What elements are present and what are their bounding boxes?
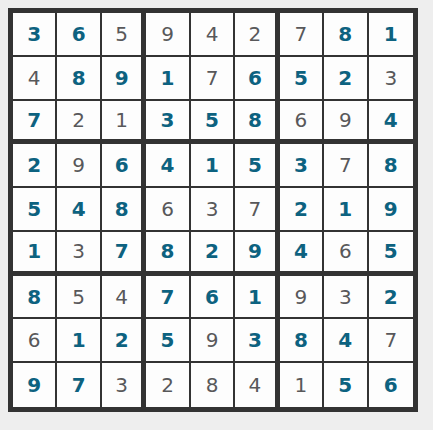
cell-r9c5[interactable]: 8 bbox=[191, 363, 235, 407]
cell-r5c8[interactable]: 1 bbox=[324, 188, 368, 232]
cell-r9c6[interactable]: 4 bbox=[235, 363, 279, 407]
cell-r5c9[interactable]: 9 bbox=[369, 188, 413, 232]
cell-r9c3[interactable]: 3 bbox=[102, 363, 146, 407]
cell-r1c2[interactable]: 6 bbox=[57, 13, 101, 57]
cell-r7c5[interactable]: 6 bbox=[191, 276, 235, 320]
cell-r9c8[interactable]: 5 bbox=[324, 363, 368, 407]
cell-r3c8[interactable]: 9 bbox=[324, 101, 368, 145]
cell-r5c3[interactable]: 8 bbox=[102, 188, 146, 232]
cell-r6c2[interactable]: 3 bbox=[57, 232, 101, 276]
cell-r9c7[interactable]: 1 bbox=[280, 363, 324, 407]
cell-r2c9[interactable]: 3 bbox=[369, 57, 413, 101]
cell-r1c7[interactable]: 7 bbox=[280, 13, 324, 57]
cell-r4c8[interactable]: 7 bbox=[324, 144, 368, 188]
cell-r2c7[interactable]: 5 bbox=[280, 57, 324, 101]
cell-r3c1[interactable]: 7 bbox=[13, 101, 57, 145]
cell-r2c5[interactable]: 7 bbox=[191, 57, 235, 101]
cell-r3c9[interactable]: 4 bbox=[369, 101, 413, 145]
cell-r2c2[interactable]: 8 bbox=[57, 57, 101, 101]
cell-r5c6[interactable]: 7 bbox=[235, 188, 279, 232]
cell-r8c8[interactable]: 4 bbox=[324, 319, 368, 363]
cell-r7c1[interactable]: 8 bbox=[13, 276, 57, 320]
cell-r2c3[interactable]: 9 bbox=[102, 57, 146, 101]
cell-r7c7[interactable]: 9 bbox=[280, 276, 324, 320]
cell-r6c9[interactable]: 5 bbox=[369, 232, 413, 276]
cell-r1c4[interactable]: 9 bbox=[146, 13, 190, 57]
cell-r1c5[interactable]: 4 bbox=[191, 13, 235, 57]
cell-r1c9[interactable]: 1 bbox=[369, 13, 413, 57]
cell-r6c7[interactable]: 4 bbox=[280, 232, 324, 276]
cell-r3c2[interactable]: 2 bbox=[57, 101, 101, 145]
cell-r4c2[interactable]: 9 bbox=[57, 144, 101, 188]
cell-r3c4[interactable]: 3 bbox=[146, 101, 190, 145]
cell-r3c7[interactable]: 6 bbox=[280, 101, 324, 145]
cell-r4c3[interactable]: 6 bbox=[102, 144, 146, 188]
cell-r4c4[interactable]: 4 bbox=[146, 144, 190, 188]
cell-r9c4[interactable]: 2 bbox=[146, 363, 190, 407]
cell-r2c8[interactable]: 2 bbox=[324, 57, 368, 101]
page-background: 3659427814891765237213586942964153785486… bbox=[0, 0, 433, 430]
cell-r9c2[interactable]: 7 bbox=[57, 363, 101, 407]
cell-r2c1[interactable]: 4 bbox=[13, 57, 57, 101]
cell-r8c5[interactable]: 9 bbox=[191, 319, 235, 363]
cell-r7c6[interactable]: 1 bbox=[235, 276, 279, 320]
cell-r3c5[interactable]: 5 bbox=[191, 101, 235, 145]
cell-r1c8[interactable]: 8 bbox=[324, 13, 368, 57]
cell-r3c6[interactable]: 8 bbox=[235, 101, 279, 145]
cell-r7c9[interactable]: 2 bbox=[369, 276, 413, 320]
cell-r1c3[interactable]: 5 bbox=[102, 13, 146, 57]
cell-r8c9[interactable]: 7 bbox=[369, 319, 413, 363]
cell-r1c1[interactable]: 3 bbox=[13, 13, 57, 57]
cell-r6c4[interactable]: 8 bbox=[146, 232, 190, 276]
sudoku-board: 3659427814891765237213586942964153785486… bbox=[8, 8, 418, 412]
cell-r8c3[interactable]: 2 bbox=[102, 319, 146, 363]
cell-r8c2[interactable]: 1 bbox=[57, 319, 101, 363]
cell-r7c2[interactable]: 5 bbox=[57, 276, 101, 320]
cell-r6c1[interactable]: 1 bbox=[13, 232, 57, 276]
cell-r2c4[interactable]: 1 bbox=[146, 57, 190, 101]
cell-r4c6[interactable]: 5 bbox=[235, 144, 279, 188]
cell-r9c1[interactable]: 9 bbox=[13, 363, 57, 407]
cell-r8c7[interactable]: 8 bbox=[280, 319, 324, 363]
cell-r6c5[interactable]: 2 bbox=[191, 232, 235, 276]
cell-r5c5[interactable]: 3 bbox=[191, 188, 235, 232]
cell-r4c5[interactable]: 1 bbox=[191, 144, 235, 188]
cell-r5c1[interactable]: 5 bbox=[13, 188, 57, 232]
cell-r8c4[interactable]: 5 bbox=[146, 319, 190, 363]
cell-r7c3[interactable]: 4 bbox=[102, 276, 146, 320]
cell-r5c4[interactable]: 6 bbox=[146, 188, 190, 232]
cell-r4c1[interactable]: 2 bbox=[13, 144, 57, 188]
cell-r6c6[interactable]: 9 bbox=[235, 232, 279, 276]
cell-r5c2[interactable]: 4 bbox=[57, 188, 101, 232]
cell-r7c8[interactable]: 3 bbox=[324, 276, 368, 320]
cell-r4c7[interactable]: 3 bbox=[280, 144, 324, 188]
cell-r8c6[interactable]: 3 bbox=[235, 319, 279, 363]
cell-r3c3[interactable]: 1 bbox=[102, 101, 146, 145]
cell-r1c6[interactable]: 2 bbox=[235, 13, 279, 57]
cell-r4c9[interactable]: 8 bbox=[369, 144, 413, 188]
cell-r5c7[interactable]: 2 bbox=[280, 188, 324, 232]
cell-r9c9[interactable]: 6 bbox=[369, 363, 413, 407]
cell-r6c3[interactable]: 7 bbox=[102, 232, 146, 276]
cell-r2c6[interactable]: 6 bbox=[235, 57, 279, 101]
cell-r7c4[interactable]: 7 bbox=[146, 276, 190, 320]
cell-r6c8[interactable]: 6 bbox=[324, 232, 368, 276]
cell-r8c1[interactable]: 6 bbox=[13, 319, 57, 363]
